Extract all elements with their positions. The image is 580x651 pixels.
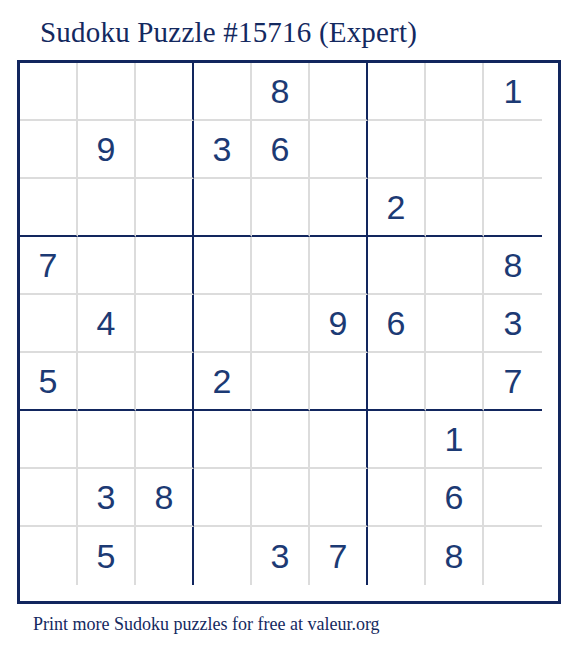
- cell-r3c6: [310, 179, 368, 237]
- cell-r5c9: 3: [484, 295, 542, 353]
- cell-r5c6: 9: [310, 295, 368, 353]
- cell-r5c3: [136, 295, 194, 353]
- cell-r9c4: [194, 527, 252, 585]
- cell-r2c4: 3: [194, 121, 252, 179]
- cell-r7c8: 1: [426, 411, 484, 469]
- cell-r1c8: [426, 63, 484, 121]
- cell-r6c1: 5: [20, 353, 78, 411]
- cell-r1c1: [20, 63, 78, 121]
- cell-r6c4: 2: [194, 353, 252, 411]
- cell-r3c3: [136, 179, 194, 237]
- cell-r5c4: [194, 295, 252, 353]
- cell-r1c4: [194, 63, 252, 121]
- cell-r8c6: [310, 469, 368, 527]
- cell-r4c5: [252, 237, 310, 295]
- cell-r9c9: [484, 527, 542, 585]
- cell-r8c9: [484, 469, 542, 527]
- cell-r3c5: [252, 179, 310, 237]
- cell-r4c2: [78, 237, 136, 295]
- cell-r9c6: 7: [310, 527, 368, 585]
- cell-r3c1: [20, 179, 78, 237]
- cell-r8c7: [368, 469, 426, 527]
- cell-r8c1: [20, 469, 78, 527]
- cell-r6c5: [252, 353, 310, 411]
- cell-r7c5: [252, 411, 310, 469]
- cell-r1c2: [78, 63, 136, 121]
- cell-r7c1: [20, 411, 78, 469]
- cell-r4c3: [136, 237, 194, 295]
- cell-r3c4: [194, 179, 252, 237]
- cell-r7c2: [78, 411, 136, 469]
- cell-r2c8: [426, 121, 484, 179]
- sudoku-board: 81936278496352713865378: [17, 60, 561, 604]
- cell-r5c2: 4: [78, 295, 136, 353]
- cell-r4c6: [310, 237, 368, 295]
- cell-r9c2: 5: [78, 527, 136, 585]
- cell-r9c8: 8: [426, 527, 484, 585]
- cell-r6c7: [368, 353, 426, 411]
- cell-r7c4: [194, 411, 252, 469]
- cell-r2c2: 9: [78, 121, 136, 179]
- cell-r3c8: [426, 179, 484, 237]
- cell-r2c7: [368, 121, 426, 179]
- cell-r1c6: [310, 63, 368, 121]
- cell-r2c1: [20, 121, 78, 179]
- cell-r6c9: 7: [484, 353, 542, 411]
- cell-r5c7: 6: [368, 295, 426, 353]
- cell-r9c1: [20, 527, 78, 585]
- printable-sudoku-page: Sudoku Puzzle #15716 (Expert) 8193627849…: [0, 16, 580, 651]
- cell-r4c9: 8: [484, 237, 542, 295]
- cell-r3c7: 2: [368, 179, 426, 237]
- cell-r3c9: [484, 179, 542, 237]
- cell-r1c7: [368, 63, 426, 121]
- cell-r8c8: 6: [426, 469, 484, 527]
- cell-r5c8: [426, 295, 484, 353]
- cell-r1c3: [136, 63, 194, 121]
- footer-note: Print more Sudoku puzzles for free at va…: [33, 613, 580, 635]
- cell-r5c1: [20, 295, 78, 353]
- cell-r6c8: [426, 353, 484, 411]
- cell-r4c1: 7: [20, 237, 78, 295]
- cell-r2c5: 6: [252, 121, 310, 179]
- cell-r8c3: 8: [136, 469, 194, 527]
- cell-r1c9: 1: [484, 63, 542, 121]
- cell-r9c7: [368, 527, 426, 585]
- cell-r4c4: [194, 237, 252, 295]
- cell-r2c3: [136, 121, 194, 179]
- cell-r4c7: [368, 237, 426, 295]
- cell-r8c4: [194, 469, 252, 527]
- cell-r9c3: [136, 527, 194, 585]
- cell-r6c3: [136, 353, 194, 411]
- cell-r9c5: 3: [252, 527, 310, 585]
- cell-r1c5: 8: [252, 63, 310, 121]
- page-title: Sudoku Puzzle #15716 (Expert): [40, 16, 580, 48]
- cell-r7c9: [484, 411, 542, 469]
- cell-r2c6: [310, 121, 368, 179]
- cell-r6c6: [310, 353, 368, 411]
- cell-r5c5: [252, 295, 310, 353]
- cell-r8c5: [252, 469, 310, 527]
- cell-r6c2: [78, 353, 136, 411]
- cell-r7c6: [310, 411, 368, 469]
- cell-r8c2: 3: [78, 469, 136, 527]
- cell-r2c9: [484, 121, 542, 179]
- cell-r4c8: [426, 237, 484, 295]
- cell-r3c2: [78, 179, 136, 237]
- cell-r7c3: [136, 411, 194, 469]
- cell-r7c7: [368, 411, 426, 469]
